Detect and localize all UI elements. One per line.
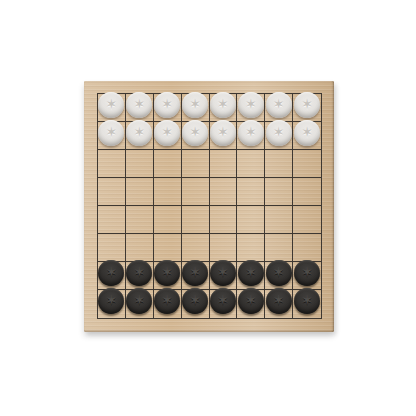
board-cell[interactable] <box>210 178 238 206</box>
star-emboss-icon: ✶ <box>133 265 145 279</box>
board-cell[interactable] <box>154 150 182 178</box>
black-piece[interactable]: ✶ <box>294 288 320 314</box>
board-cell[interactable]: ✶ <box>265 262 293 290</box>
board-cell[interactable] <box>98 206 126 234</box>
black-piece[interactable]: ✶ <box>98 288 124 314</box>
board-cell[interactable]: ✶ <box>98 122 126 150</box>
black-piece[interactable]: ✶ <box>154 260 180 286</box>
black-piece[interactable]: ✶ <box>210 260 236 286</box>
black-piece[interactable]: ✶ <box>210 288 236 314</box>
white-piece[interactable]: ✶ <box>238 120 264 146</box>
board-cell[interactable]: ✶ <box>182 94 210 122</box>
white-piece[interactable]: ✶ <box>238 92 264 118</box>
board-cell[interactable]: ✶ <box>237 262 265 290</box>
board-cell[interactable] <box>237 150 265 178</box>
board-cell[interactable]: ✶ <box>237 290 265 318</box>
black-piece[interactable]: ✶ <box>238 288 264 314</box>
black-piece[interactable]: ✶ <box>238 260 264 286</box>
board-cell[interactable]: ✶ <box>154 262 182 290</box>
black-piece[interactable]: ✶ <box>126 288 152 314</box>
board-cell[interactable]: ✶ <box>210 122 238 150</box>
board-cell[interactable]: ✶ <box>237 94 265 122</box>
star-emboss-icon: ✶ <box>161 265 173 279</box>
white-piece[interactable]: ✶ <box>98 92 124 118</box>
star-emboss-icon: ✶ <box>301 265 313 279</box>
star-emboss-icon: ✶ <box>133 125 145 139</box>
white-piece[interactable]: ✶ <box>154 120 180 146</box>
board-cell[interactable] <box>293 178 321 206</box>
star-emboss-icon: ✶ <box>273 125 285 139</box>
board-cell[interactable] <box>293 206 321 234</box>
board-cell[interactable]: ✶ <box>293 262 321 290</box>
board-cell[interactable]: ✶ <box>265 122 293 150</box>
board-cell[interactable]: ✶ <box>182 122 210 150</box>
white-piece[interactable]: ✶ <box>266 92 292 118</box>
board-cell[interactable] <box>182 234 210 262</box>
white-piece[interactable]: ✶ <box>210 92 236 118</box>
white-piece[interactable]: ✶ <box>182 120 208 146</box>
star-emboss-icon: ✶ <box>106 125 118 139</box>
black-piece[interactable]: ✶ <box>182 260 208 286</box>
board-cell[interactable]: ✶ <box>126 262 154 290</box>
board-cell[interactable]: ✶ <box>126 94 154 122</box>
white-piece[interactable]: ✶ <box>126 92 152 118</box>
star-emboss-icon: ✶ <box>133 293 145 307</box>
star-emboss-icon: ✶ <box>301 97 313 111</box>
board-cell[interactable]: ✶ <box>265 290 293 318</box>
star-emboss-icon: ✶ <box>106 265 118 279</box>
star-emboss-icon: ✶ <box>245 293 257 307</box>
board-cell[interactable]: ✶ <box>182 290 210 318</box>
star-emboss-icon: ✶ <box>273 265 285 279</box>
board-cell[interactable] <box>126 178 154 206</box>
black-piece[interactable]: ✶ <box>294 260 320 286</box>
board-cell[interactable]: ✶ <box>154 94 182 122</box>
board-cell[interactable] <box>182 206 210 234</box>
star-emboss-icon: ✶ <box>161 97 173 111</box>
black-piece[interactable]: ✶ <box>126 260 152 286</box>
star-emboss-icon: ✶ <box>273 293 285 307</box>
board-cell[interactable]: ✶ <box>293 290 321 318</box>
star-emboss-icon: ✶ <box>273 97 285 111</box>
white-piece[interactable]: ✶ <box>266 120 292 146</box>
board-cell[interactable] <box>182 178 210 206</box>
star-emboss-icon: ✶ <box>245 125 257 139</box>
black-piece[interactable]: ✶ <box>154 288 180 314</box>
board-cell[interactable] <box>265 234 293 262</box>
white-piece[interactable]: ✶ <box>154 92 180 118</box>
board-cell[interactable] <box>293 234 321 262</box>
board-cell[interactable] <box>126 206 154 234</box>
star-emboss-icon: ✶ <box>161 293 173 307</box>
board-cell[interactable] <box>210 234 238 262</box>
black-piece[interactable]: ✶ <box>182 288 208 314</box>
board-cell[interactable] <box>154 234 182 262</box>
board-cell[interactable] <box>237 234 265 262</box>
board-cell[interactable]: ✶ <box>237 122 265 150</box>
board-cell[interactable] <box>210 206 238 234</box>
star-emboss-icon: ✶ <box>217 97 229 111</box>
board-cell[interactable]: ✶ <box>182 262 210 290</box>
board-cell[interactable] <box>126 234 154 262</box>
white-piece[interactable]: ✶ <box>126 120 152 146</box>
board-cell[interactable]: ✶ <box>210 290 238 318</box>
star-emboss-icon: ✶ <box>217 265 229 279</box>
star-emboss-icon: ✶ <box>189 125 201 139</box>
star-emboss-icon: ✶ <box>161 125 173 139</box>
board-cell[interactable] <box>265 206 293 234</box>
star-emboss-icon: ✶ <box>189 97 201 111</box>
board-cell[interactable]: ✶ <box>210 94 238 122</box>
board-cell[interactable]: ✶ <box>154 290 182 318</box>
board-cell[interactable] <box>293 150 321 178</box>
star-emboss-icon: ✶ <box>245 265 257 279</box>
black-piece[interactable]: ✶ <box>266 288 292 314</box>
board-cell[interactable]: ✶ <box>154 122 182 150</box>
star-emboss-icon: ✶ <box>189 293 201 307</box>
board-cell[interactable]: ✶ <box>98 262 126 290</box>
black-piece[interactable]: ✶ <box>98 260 124 286</box>
board-cell[interactable]: ✶ <box>126 122 154 150</box>
board-grid: ✶✶✶✶✶✶✶✶✶✶✶✶✶✶✶✶✶✶✶✶✶✶✶✶✶✶✶✶✶✶✶✶ <box>97 93 322 319</box>
board-cell[interactable] <box>98 178 126 206</box>
board-cell[interactable] <box>182 150 210 178</box>
star-emboss-icon: ✶ <box>301 125 313 139</box>
star-emboss-icon: ✶ <box>106 97 118 111</box>
board-cell[interactable]: ✶ <box>265 94 293 122</box>
board-cell[interactable] <box>237 178 265 206</box>
board-cell[interactable] <box>98 234 126 262</box>
product-photo-scene: ✶✶✶✶✶✶✶✶✶✶✶✶✶✶✶✶✶✶✶✶✶✶✶✶✶✶✶✶✶✶✶✶ <box>0 0 416 416</box>
white-piece[interactable]: ✶ <box>182 92 208 118</box>
white-piece[interactable]: ✶ <box>294 120 320 146</box>
star-emboss-icon: ✶ <box>189 265 201 279</box>
board-cell[interactable] <box>154 206 182 234</box>
star-emboss-icon: ✶ <box>217 125 229 139</box>
board-cell[interactable]: ✶ <box>210 262 238 290</box>
board-cell[interactable]: ✶ <box>126 290 154 318</box>
white-piece[interactable]: ✶ <box>98 120 124 146</box>
checkers-board: ✶✶✶✶✶✶✶✶✶✶✶✶✶✶✶✶✶✶✶✶✶✶✶✶✶✶✶✶✶✶✶✶ <box>84 81 334 332</box>
board-cell[interactable]: ✶ <box>293 122 321 150</box>
board-cell[interactable] <box>265 178 293 206</box>
board-cell[interactable] <box>265 150 293 178</box>
board-cell[interactable] <box>237 206 265 234</box>
board-cell[interactable]: ✶ <box>98 94 126 122</box>
board-cell[interactable] <box>126 150 154 178</box>
board-cell[interactable] <box>210 150 238 178</box>
white-piece[interactable]: ✶ <box>210 120 236 146</box>
board-cell[interactable] <box>98 150 126 178</box>
star-emboss-icon: ✶ <box>301 293 313 307</box>
star-emboss-icon: ✶ <box>106 293 118 307</box>
board-cell[interactable]: ✶ <box>293 94 321 122</box>
star-emboss-icon: ✶ <box>217 293 229 307</box>
board-cell[interactable] <box>154 178 182 206</box>
board-cell[interactable]: ✶ <box>98 290 126 318</box>
black-piece[interactable]: ✶ <box>266 260 292 286</box>
star-emboss-icon: ✶ <box>245 97 257 111</box>
white-piece[interactable]: ✶ <box>294 92 320 118</box>
star-emboss-icon: ✶ <box>133 97 145 111</box>
